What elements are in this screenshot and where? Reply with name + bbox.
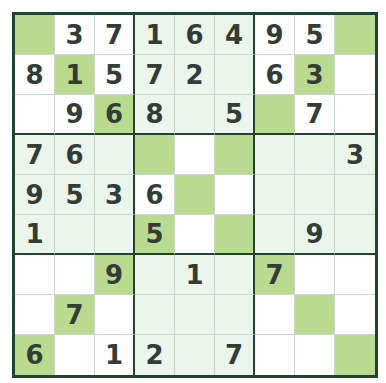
- cell-r6c5[interactable]: [175, 215, 215, 255]
- cell-r2c3[interactable]: 5: [95, 55, 135, 95]
- cell-r6c2[interactable]: [55, 215, 95, 255]
- cell-r4c5[interactable]: [175, 135, 215, 175]
- cell-r7c3[interactable]: 9: [95, 255, 135, 295]
- cell-r8c3[interactable]: [95, 295, 135, 335]
- cell-r5c2[interactable]: 5: [55, 175, 95, 215]
- cell-r7c8[interactable]: [295, 255, 335, 295]
- cell-r6c7[interactable]: [255, 215, 295, 255]
- cell-r7c2[interactable]: [55, 255, 95, 295]
- cell-r1c2[interactable]: 3: [55, 15, 95, 55]
- cell-r9c2[interactable]: [55, 335, 95, 375]
- cell-r1c7[interactable]: 9: [255, 15, 295, 55]
- cell-r1c8[interactable]: 5: [295, 15, 335, 55]
- cell-r1c1[interactable]: [15, 15, 55, 55]
- cell-r6c9[interactable]: [335, 215, 375, 255]
- cell-r8c9[interactable]: [335, 295, 375, 335]
- cell-r9c1[interactable]: 6: [15, 335, 55, 375]
- cell-r8c5[interactable]: [175, 295, 215, 335]
- cell-r4c7[interactable]: [255, 135, 295, 175]
- cell-r1c3[interactable]: 7: [95, 15, 135, 55]
- cell-r4c4[interactable]: [135, 135, 175, 175]
- cell-r8c8[interactable]: [295, 295, 335, 335]
- cell-r3c6[interactable]: 5: [215, 95, 255, 135]
- cell-r1c5[interactable]: 6: [175, 15, 215, 55]
- cell-r2c9[interactable]: [335, 55, 375, 95]
- cell-r2c6[interactable]: [215, 55, 255, 95]
- cell-r5c6[interactable]: [215, 175, 255, 215]
- cell-r7c7[interactable]: 7: [255, 255, 295, 295]
- cell-r5c8[interactable]: [295, 175, 335, 215]
- cell-r5c5[interactable]: [175, 175, 215, 215]
- cell-r1c6[interactable]: 4: [215, 15, 255, 55]
- cell-r5c9[interactable]: [335, 175, 375, 215]
- cell-r6c4[interactable]: 5: [135, 215, 175, 255]
- cell-r4c3[interactable]: [95, 135, 135, 175]
- cell-r6c1[interactable]: 1: [15, 215, 55, 255]
- cell-r8c4[interactable]: [135, 295, 175, 335]
- cell-r9c4[interactable]: 2: [135, 335, 175, 375]
- cell-r6c6[interactable]: [215, 215, 255, 255]
- cell-r3c5[interactable]: [175, 95, 215, 135]
- cell-r5c3[interactable]: 3: [95, 175, 135, 215]
- cell-r2c4[interactable]: 7: [135, 55, 175, 95]
- cell-r5c7[interactable]: [255, 175, 295, 215]
- cell-r3c8[interactable]: 7: [295, 95, 335, 135]
- cell-r2c7[interactable]: 6: [255, 55, 295, 95]
- cell-r7c6[interactable]: [215, 255, 255, 295]
- cell-r7c5[interactable]: 1: [175, 255, 215, 295]
- cell-r8c7[interactable]: [255, 295, 295, 335]
- cell-r4c8[interactable]: [295, 135, 335, 175]
- cell-r2c2[interactable]: 1: [55, 55, 95, 95]
- cell-r8c2[interactable]: 7: [55, 295, 95, 335]
- cell-r4c1[interactable]: 7: [15, 135, 55, 175]
- cell-r3c7[interactable]: [255, 95, 295, 135]
- cell-r8c1[interactable]: [15, 295, 55, 335]
- cell-r9c6[interactable]: 7: [215, 335, 255, 375]
- cell-r9c8[interactable]: [295, 335, 335, 375]
- cell-r2c8[interactable]: 3: [295, 55, 335, 95]
- cell-r4c6[interactable]: [215, 135, 255, 175]
- cell-r3c2[interactable]: 9: [55, 95, 95, 135]
- cell-r7c1[interactable]: [15, 255, 55, 295]
- cell-r3c9[interactable]: [335, 95, 375, 135]
- cell-r6c8[interactable]: 9: [295, 215, 335, 255]
- cell-r2c5[interactable]: 2: [175, 55, 215, 95]
- cell-r9c9[interactable]: [335, 335, 375, 375]
- cell-r7c4[interactable]: [135, 255, 175, 295]
- cell-r9c3[interactable]: 1: [95, 335, 135, 375]
- cell-r5c1[interactable]: 9: [15, 175, 55, 215]
- cell-r3c4[interactable]: 8: [135, 95, 175, 135]
- cell-r5c4[interactable]: 6: [135, 175, 175, 215]
- cell-r4c2[interactable]: 6: [55, 135, 95, 175]
- cell-r8c6[interactable]: [215, 295, 255, 335]
- cell-r9c7[interactable]: [255, 335, 295, 375]
- cell-r1c4[interactable]: 1: [135, 15, 175, 55]
- cell-r3c3[interactable]: 6: [95, 95, 135, 135]
- sudoku-board: 3716495815726396857763953615991776127: [12, 12, 378, 378]
- cell-r2c1[interactable]: 8: [15, 55, 55, 95]
- cell-r1c9[interactable]: [335, 15, 375, 55]
- cell-r7c9[interactable]: [335, 255, 375, 295]
- cell-r9c5[interactable]: [175, 335, 215, 375]
- cell-r6c3[interactable]: [95, 215, 135, 255]
- cell-r4c9[interactable]: 3: [335, 135, 375, 175]
- cell-r3c1[interactable]: [15, 95, 55, 135]
